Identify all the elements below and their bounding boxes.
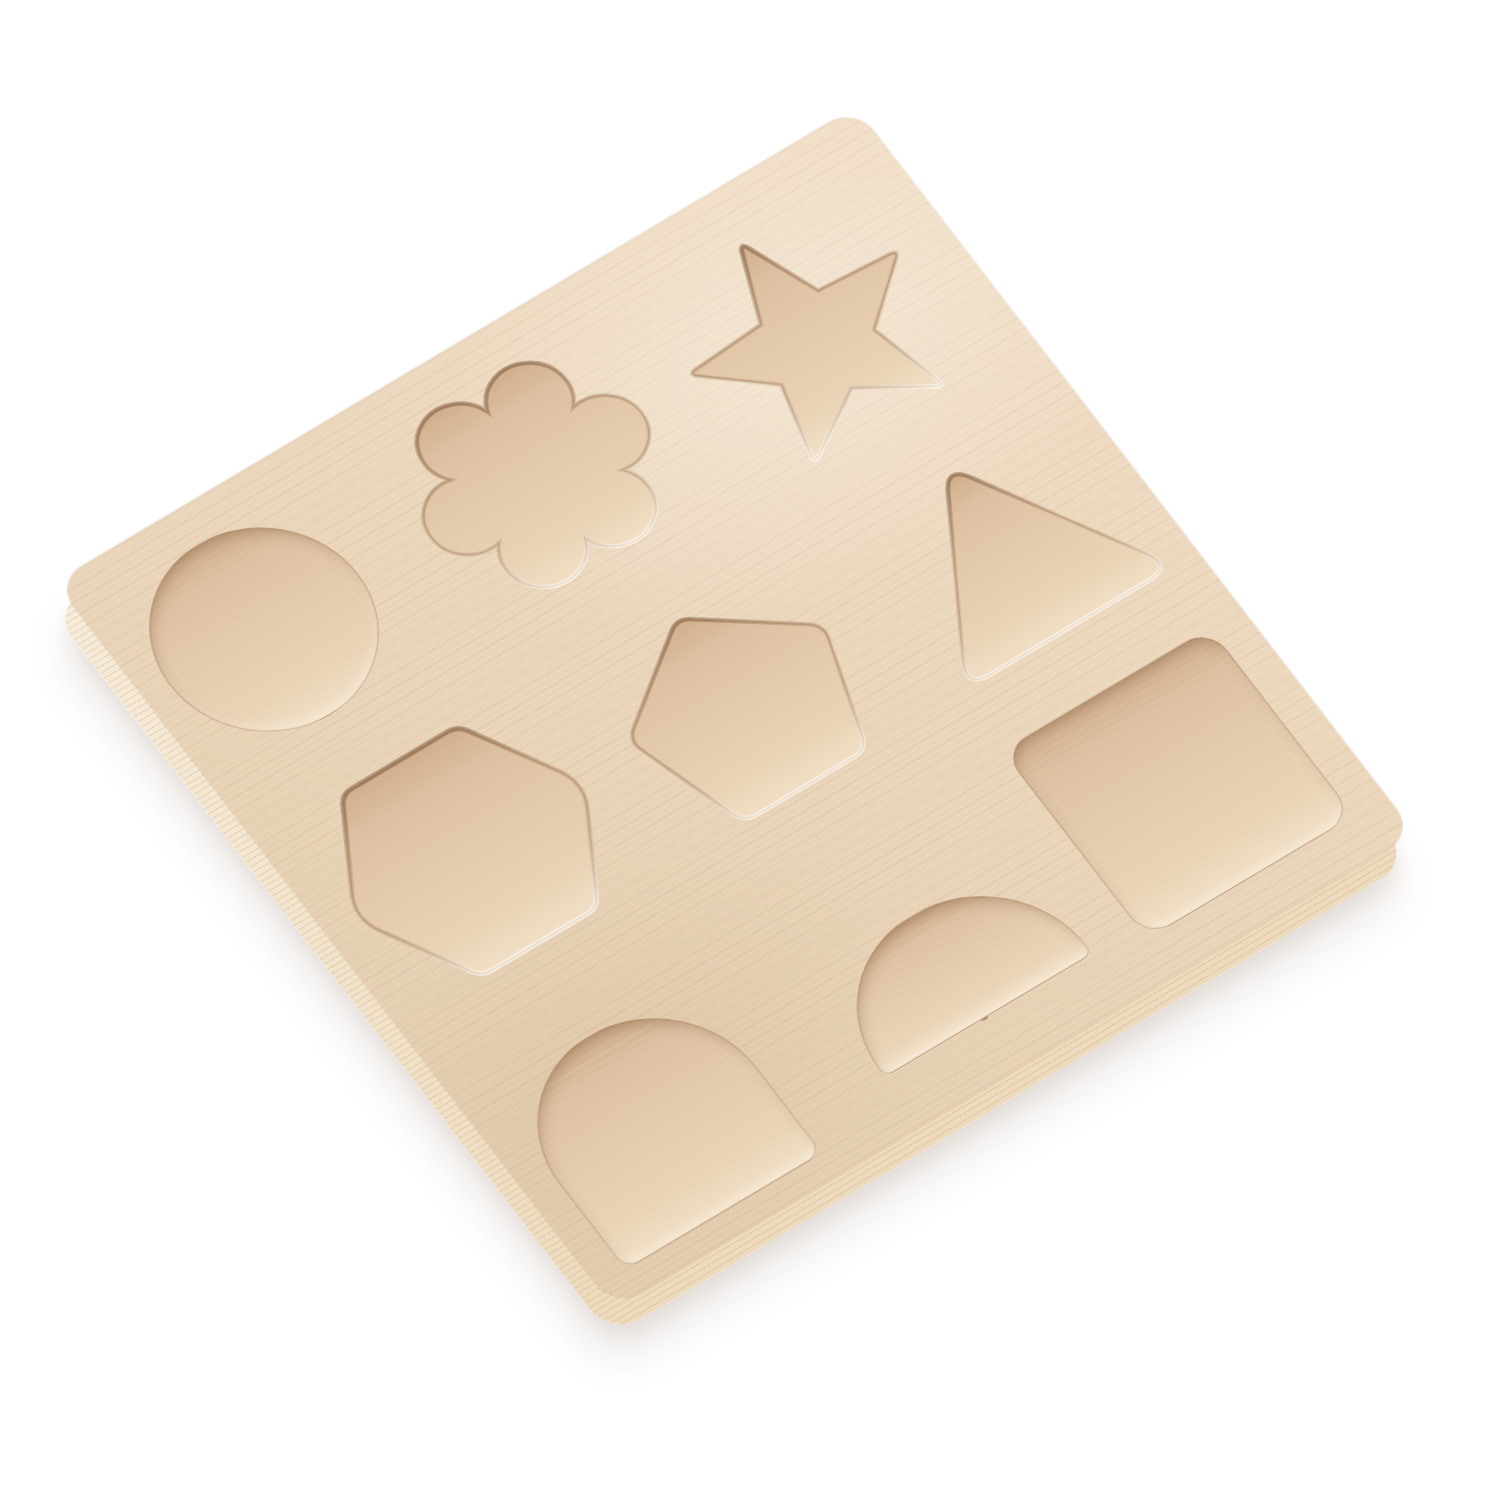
product-photo-background <box>0 0 1500 1500</box>
triangle-recess[interactable] <box>830 394 1193 711</box>
puzzle-board-wrapper <box>55 107 1415 1309</box>
square-recess[interactable] <box>1001 627 1355 939</box>
flower-recess[interactable] <box>357 316 716 634</box>
puzzle-board <box>55 107 1415 1309</box>
star-recess[interactable] <box>622 168 1000 502</box>
semicircle-recess[interactable] <box>808 854 1093 1078</box>
